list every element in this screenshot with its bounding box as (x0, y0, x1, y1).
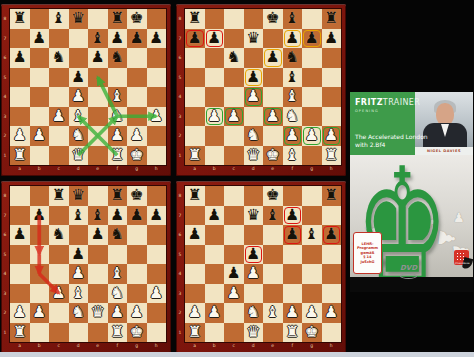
square-f3: ♞ (108, 284, 128, 304)
file-label: b (205, 343, 225, 348)
square-g4 (127, 264, 147, 284)
square-g5 (302, 68, 322, 88)
piece-white-rook: ♜ (108, 323, 128, 343)
piece-white-pawn: ♟ (322, 126, 342, 146)
chessbase-logo: ChessBase (454, 250, 469, 265)
piece-white-pawn: ♟ (205, 303, 225, 323)
piece-white-pawn: ♟ (49, 284, 69, 304)
square-b2: ♟ (30, 126, 50, 146)
rank-label: 7 (179, 206, 182, 226)
piece-black-bishop: ♝ (283, 68, 303, 88)
square-d6 (69, 48, 89, 68)
file-label: g (127, 343, 147, 348)
square-c2 (49, 126, 69, 146)
piece-white-pawn: ♟ (283, 303, 303, 323)
piece-black-pawn: ♟ (283, 206, 303, 226)
square-d4: ♟ (69, 264, 89, 284)
square-c8: ♜ (49, 186, 69, 206)
rating-line: JuSchG (360, 260, 374, 264)
square-h3: ♟ (147, 107, 167, 127)
piece-white-pawn: ♟ (69, 87, 89, 107)
square-g2: ♟ (302, 303, 322, 323)
square-d5: ♟ (244, 68, 264, 88)
square-e8: ♚ (263, 9, 283, 29)
square-b8 (30, 186, 50, 206)
brand-fritz: FRITZ (355, 98, 383, 107)
author-name: NIGEL DAVIES (415, 147, 473, 155)
square-g1: ♚ (302, 323, 322, 343)
square-d1 (69, 323, 89, 343)
rank-labels: 87654321 (4, 186, 7, 342)
board-grid: ♜♝♛♜♚♟♝♟♟♟♟♞♟♞♟♟♝♟♝♞♟♟♟♞♟♟♜♛♜♚ (10, 9, 166, 165)
piece-white-bishop: ♝ (263, 303, 283, 323)
piece-black-rook: ♜ (108, 9, 128, 29)
square-f7: ♟ (283, 206, 303, 226)
board-grid: ♜♛♜♚♟♝♝♟♟♟♟♞♟♞♟♟♝♟♝♞♟♟♟♞♛♟♟♜♜♚ (10, 186, 166, 342)
file-label: h (322, 343, 342, 348)
square-b3 (30, 107, 50, 127)
square-c1 (224, 146, 244, 166)
file-labels: abcdefgh (185, 343, 341, 348)
square-f5: ♝ (283, 68, 303, 88)
square-d6 (244, 48, 264, 68)
piece-white-pawn: ♟ (244, 87, 264, 107)
piece-black-knight: ♞ (108, 225, 128, 245)
square-e6: ♟ (88, 225, 108, 245)
square-g3 (302, 107, 322, 127)
square-d2: ♞ (244, 303, 264, 323)
square-c5 (224, 68, 244, 88)
file-label: h (147, 343, 167, 348)
file-label: e (263, 166, 283, 171)
square-f1: ♜ (108, 146, 128, 166)
rank-label: 2 (179, 303, 182, 323)
rank-label: 8 (179, 9, 182, 29)
square-b4 (205, 87, 225, 107)
square-h6 (147, 225, 167, 245)
square-h6: ♟ (322, 225, 342, 245)
square-e8: ♚ (263, 186, 283, 206)
piece-black-pawn: ♟ (88, 48, 108, 68)
piece-black-pawn: ♟ (147, 29, 167, 49)
square-f5 (283, 245, 303, 265)
square-b4 (205, 264, 225, 284)
square-a7 (10, 206, 30, 226)
square-g5 (127, 68, 147, 88)
square-e2 (263, 126, 283, 146)
square-g6 (127, 225, 147, 245)
square-h2 (147, 126, 167, 146)
square-d6 (244, 225, 264, 245)
piece-white-rook: ♜ (283, 323, 303, 343)
rank-label: 1 (4, 146, 7, 166)
piece-black-bishop: ♝ (263, 206, 283, 226)
square-b3 (205, 284, 225, 304)
square-a7 (10, 29, 30, 49)
square-a2: ♟ (10, 303, 30, 323)
piece-white-pawn: ♟ (244, 264, 264, 284)
square-b5 (205, 68, 225, 88)
square-f1: ♜ (283, 323, 303, 343)
square-f7: ♟ (283, 29, 303, 49)
piece-black-rook: ♜ (322, 186, 342, 206)
square-e2: ♛ (88, 303, 108, 323)
piece-black-knight: ♞ (224, 48, 244, 68)
rank-label: 4 (4, 264, 7, 284)
square-d4: ♟ (244, 264, 264, 284)
square-c2 (224, 303, 244, 323)
square-g6 (302, 48, 322, 68)
piece-black-bishop: ♝ (88, 206, 108, 226)
square-c3: ♟ (49, 107, 69, 127)
file-label: c (224, 166, 244, 171)
square-b4 (30, 87, 50, 107)
piece-white-knight: ♞ (69, 303, 89, 323)
square-a3 (185, 107, 205, 127)
square-g5 (302, 245, 322, 265)
square-d2: ♞ (69, 126, 89, 146)
square-b8 (30, 9, 50, 29)
square-c4 (49, 87, 69, 107)
square-f4: ♝ (108, 87, 128, 107)
rank-label: 6 (4, 225, 7, 245)
dvd-cover: FRITZTRAINER OPENING The Accelerated Lon… (350, 92, 473, 292)
piece-black-pawn: ♟ (185, 225, 205, 245)
square-e4 (263, 264, 283, 284)
piece-black-knight: ♞ (108, 48, 128, 68)
square-d3: ♝ (69, 284, 89, 304)
piece-black-pawn: ♟ (30, 29, 50, 49)
square-d2: ♞ (69, 303, 89, 323)
file-label: g (302, 166, 322, 171)
board-grid: ♜♚♝♜♟♟♛♟♟♟♞♟♞♟♝♟♝♟♟♟♞♞♟♟♟♜♛♚♝♜ (185, 9, 341, 165)
square-e3 (263, 284, 283, 304)
square-f6: ♟ (283, 225, 303, 245)
square-e7 (263, 29, 283, 49)
square-a8: ♜ (185, 9, 205, 29)
square-c6: ♞ (224, 48, 244, 68)
page-bottom-strip (0, 352, 474, 357)
square-h2 (147, 303, 167, 323)
square-g8 (302, 186, 322, 206)
piece-white-pawn: ♟ (283, 126, 303, 146)
rank-label: 4 (179, 87, 182, 107)
square-d1: ♛ (69, 146, 89, 166)
piece-black-pawn: ♟ (127, 206, 147, 226)
square-f8: ♜ (108, 186, 128, 206)
square-a4 (185, 87, 205, 107)
piece-white-rook: ♜ (10, 146, 30, 166)
square-f3 (283, 284, 303, 304)
rank-labels: 87654321 (179, 186, 182, 342)
file-label: f (108, 166, 128, 171)
square-e8 (88, 186, 108, 206)
rank-label: 2 (179, 126, 182, 146)
square-c5 (224, 245, 244, 265)
square-h4 (322, 87, 342, 107)
square-f1: ♝ (283, 146, 303, 166)
square-e7: ♝ (263, 206, 283, 226)
piece-white-knight: ♞ (108, 107, 128, 127)
square-a1: ♜ (185, 323, 205, 343)
square-b3: ♟ (205, 107, 225, 127)
square-e6 (263, 225, 283, 245)
square-b2: ♟ (205, 303, 225, 323)
square-b1 (205, 146, 225, 166)
square-c1 (49, 146, 69, 166)
square-h2: ♟ (322, 303, 342, 323)
square-c3: ♟ (49, 284, 69, 304)
square-e1: ♚ (263, 146, 283, 166)
rank-label: 5 (179, 68, 182, 88)
piece-white-pawn: ♟ (147, 107, 167, 127)
piece-white-knight: ♞ (108, 284, 128, 304)
piece-black-pawn: ♟ (224, 264, 244, 284)
square-e3 (88, 107, 108, 127)
piece-black-queen: ♛ (244, 29, 264, 49)
square-g1 (302, 146, 322, 166)
square-b6 (30, 225, 50, 245)
piece-black-pawn: ♟ (30, 206, 50, 226)
square-g1: ♚ (127, 323, 147, 343)
square-g7: ♟ (127, 29, 147, 49)
square-c8 (224, 186, 244, 206)
piece-white-pawn: ♟ (30, 303, 50, 323)
square-a6: ♟ (185, 225, 205, 245)
piece-white-king: ♚ (127, 146, 147, 166)
piece-white-bishop: ♝ (283, 146, 303, 166)
piece-black-rook: ♜ (322, 9, 342, 29)
square-b7: ♟ (30, 29, 50, 49)
piece-white-knight: ♞ (244, 126, 264, 146)
square-b5 (30, 68, 50, 88)
piece-black-queen: ♛ (69, 186, 89, 206)
square-c7 (224, 206, 244, 226)
square-e3 (88, 284, 108, 304)
square-c6 (224, 225, 244, 245)
square-a2: ♟ (10, 126, 30, 146)
square-f2: ♟ (108, 303, 128, 323)
piece-black-pawn: ♟ (244, 245, 264, 265)
square-f4: ♝ (283, 87, 303, 107)
square-e3: ♟ (263, 107, 283, 127)
square-b4 (30, 264, 50, 284)
square-d3 (244, 284, 264, 304)
file-label: b (30, 166, 50, 171)
board-area: ♜♚♜♟♛♝♟♟♟♝♟♟♟♟♟♟♟♞♝♟♟♟♜♛♜♚ (185, 186, 341, 342)
square-f5 (108, 245, 128, 265)
square-h6 (147, 48, 167, 68)
square-d1: ♛ (244, 146, 264, 166)
square-d5: ♟ (69, 68, 89, 88)
piece-white-bishop: ♝ (108, 264, 128, 284)
piece-black-pawn: ♟ (322, 225, 342, 245)
piece-black-pawn: ♟ (108, 29, 128, 49)
piece-white-queen: ♛ (88, 303, 108, 323)
square-c6: ♞ (49, 225, 69, 245)
cover-title-line1: The Accelerated London (355, 133, 428, 141)
square-c3: ♟ (224, 107, 244, 127)
square-h4 (147, 87, 167, 107)
square-g4 (127, 87, 147, 107)
square-c1 (224, 323, 244, 343)
piece-black-pawn: ♟ (302, 29, 322, 49)
square-a7: ♟ (185, 29, 205, 49)
square-f2: ♟ (283, 126, 303, 146)
square-a3 (10, 284, 30, 304)
square-d1: ♛ (244, 323, 264, 343)
square-g1: ♚ (127, 146, 147, 166)
piece-white-pawn: ♟ (49, 107, 69, 127)
brand-logo: FRITZTRAINER (355, 98, 420, 107)
dvd-logo: DVD (400, 265, 417, 279)
piece-black-pawn: ♟ (10, 225, 30, 245)
piece-black-pawn: ♟ (147, 206, 167, 226)
square-e5 (88, 245, 108, 265)
piece-black-rook: ♜ (108, 186, 128, 206)
file-label: d (244, 343, 264, 348)
rank-label: 5 (4, 68, 7, 88)
square-f2: ♟ (283, 303, 303, 323)
square-c2 (224, 126, 244, 146)
square-e4 (88, 87, 108, 107)
square-h7: ♟ (147, 206, 167, 226)
square-e1 (88, 323, 108, 343)
piece-white-pawn: ♟ (185, 303, 205, 323)
square-a2 (185, 126, 205, 146)
square-g7 (302, 206, 322, 226)
square-g8: ♚ (127, 186, 147, 206)
square-d7: ♝ (69, 206, 89, 226)
rank-label: 1 (179, 146, 182, 166)
square-b1 (30, 323, 50, 343)
file-label: g (302, 343, 322, 348)
square-h1: ♜ (322, 146, 342, 166)
square-c8: ♝ (49, 9, 69, 29)
square-e7: ♝ (88, 29, 108, 49)
square-h5 (322, 245, 342, 265)
piece-black-pawn: ♟ (263, 48, 283, 68)
piece-black-pawn: ♟ (127, 29, 147, 49)
square-b1 (30, 146, 50, 166)
square-h3 (322, 284, 342, 304)
square-c7 (49, 29, 69, 49)
square-a8: ♜ (10, 9, 30, 29)
piece-black-knight: ♞ (283, 48, 303, 68)
square-b2 (205, 126, 225, 146)
piece-black-pawn: ♟ (10, 48, 30, 68)
square-h2: ♟ (322, 126, 342, 146)
square-h4 (147, 264, 167, 284)
rank-label: 1 (4, 323, 7, 343)
square-a6: ♟ (10, 48, 30, 68)
piece-black-king: ♚ (263, 186, 283, 206)
piece-white-rook: ♜ (185, 323, 205, 343)
rank-label: 7 (4, 29, 7, 49)
square-a7 (185, 206, 205, 226)
chess-board-bottom-middle: ♜♚♜♟♛♝♟♟♟♝♟♟♟♟♟♟♟♞♝♟♟♟♜♛♜♚87654321abcdef… (176, 181, 346, 353)
file-label: a (185, 343, 205, 348)
piece-black-king: ♚ (263, 9, 283, 29)
rank-label: 2 (4, 126, 7, 146)
file-label: f (283, 343, 303, 348)
file-label: f (108, 343, 128, 348)
square-e5 (263, 68, 283, 88)
square-c4: ♟ (224, 264, 244, 284)
square-h5 (147, 245, 167, 265)
square-c4 (49, 264, 69, 284)
square-g2: ♟ (127, 126, 147, 146)
square-d5: ♟ (69, 245, 89, 265)
square-h8: ♜ (322, 9, 342, 29)
piece-black-rook: ♜ (185, 9, 205, 29)
rank-label: 3 (4, 284, 7, 304)
square-a5 (10, 245, 30, 265)
square-c7 (49, 206, 69, 226)
rank-label: 3 (179, 284, 182, 304)
piece-black-bishop: ♝ (88, 29, 108, 49)
square-c2 (49, 303, 69, 323)
rank-label: 7 (4, 206, 7, 226)
square-d5: ♟ (244, 245, 264, 265)
file-label: b (205, 166, 225, 171)
square-a1: ♜ (185, 146, 205, 166)
piece-white-king: ♚ (302, 323, 322, 343)
piece-black-bishop: ♝ (302, 225, 322, 245)
square-f4: ♝ (108, 264, 128, 284)
square-f3: ♞ (108, 107, 128, 127)
piece-white-pawn: ♟ (108, 126, 128, 146)
square-a1: ♜ (10, 146, 30, 166)
piece-white-knight: ♞ (283, 107, 303, 127)
square-f6: ♞ (283, 48, 303, 68)
square-h1 (147, 146, 167, 166)
chess-board-bottom-left: ♜♛♜♚♟♝♝♟♟♟♟♞♟♞♟♟♝♟♝♞♟♟♟♞♛♟♟♜♜♚ 87654321a… (1, 181, 171, 353)
square-f8 (283, 186, 303, 206)
author-face (436, 103, 454, 125)
square-c5 (49, 245, 69, 265)
piece-white-pawn: ♟ (30, 126, 50, 146)
square-b6 (205, 225, 225, 245)
piece-white-bishop: ♝ (108, 87, 128, 107)
rank-label: 5 (179, 245, 182, 265)
square-g7: ♟ (302, 29, 322, 49)
square-b2: ♟ (30, 303, 50, 323)
square-g2: ♟ (302, 126, 322, 146)
square-e1 (88, 146, 108, 166)
rank-labels: 87654321 (4, 9, 7, 165)
square-g7: ♟ (127, 206, 147, 226)
piece-black-king: ♚ (127, 186, 147, 206)
square-a4 (10, 264, 30, 284)
square-d8 (244, 9, 264, 29)
file-label: f (283, 166, 303, 171)
square-d6 (69, 225, 89, 245)
chess-board-top-middle: ♜♚♝♜♟♟♛♟♟♟♞♟♞♟♝♟♝♟♟♟♞♞♟♟♟♜♛♚♝♜87654321ab… (176, 4, 346, 176)
piece-black-pawn: ♟ (283, 29, 303, 49)
piece-white-pawn: ♟ (10, 303, 30, 323)
square-f3: ♞ (283, 107, 303, 127)
piece-white-rook: ♜ (322, 146, 342, 166)
square-e2 (88, 126, 108, 146)
square-c1 (49, 323, 69, 343)
piece-black-pawn: ♟ (69, 245, 89, 265)
piece-black-bishop: ♝ (69, 206, 89, 226)
piece-black-pawn: ♟ (88, 225, 108, 245)
square-f6: ♞ (108, 48, 128, 68)
square-h5 (147, 68, 167, 88)
piece-black-pawn: ♟ (322, 29, 342, 49)
